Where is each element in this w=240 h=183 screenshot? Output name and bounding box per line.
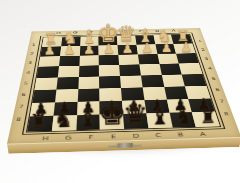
coordinate-label: 8: [12, 113, 24, 127]
square-d2[interactable]: ♟: [118, 45, 138, 55]
square-e8[interactable]: ♚: [100, 114, 124, 129]
piece-black-rook[interactable]: ♜: [31, 112, 48, 131]
square-b8[interactable]: ♞: [169, 112, 196, 127]
square-f8[interactable]: ♝: [76, 115, 100, 130]
coordinate-label: C: [147, 133, 170, 139]
piece-white-pawn[interactable]: ♟: [160, 40, 172, 53]
coordinate-label: 1: [29, 41, 38, 50]
piece-black-bishop[interactable]: ♝: [77, 106, 98, 130]
square-e4[interactable]: [99, 65, 120, 77]
square-e2[interactable]: ♟: [99, 45, 119, 55]
piece-white-pawn[interactable]: ♟: [44, 43, 56, 56]
square-d8[interactable]: ♛: [123, 114, 148, 129]
square-g4[interactable]: [58, 66, 79, 78]
piece-black-queen[interactable]: ♛: [123, 100, 149, 129]
board-frame: HGFEDCBA HGFEDCBA 12345678 12345678 ♜♞♝♚…: [7, 28, 240, 144]
square-f4[interactable]: [78, 65, 99, 77]
piece-white-pawn[interactable]: ♟: [122, 41, 134, 54]
piece-black-knight[interactable]: ♞: [54, 109, 73, 131]
coordinate-label: G: [57, 135, 80, 141]
square-f2[interactable]: ♟: [79, 45, 98, 55]
square-d3[interactable]: [118, 54, 139, 65]
square-g2[interactable]: ♟: [60, 46, 80, 56]
inner-border: ♜♞♝♚♛♝♞♜♟♟♟♟♟♟♟♟♟♟♟♟♟♟♟♟♜♞♝♚♛♝♞♜: [22, 33, 225, 135]
square-a2[interactable]: ♟: [174, 43, 196, 53]
piece-white-pawn[interactable]: ♟: [63, 43, 75, 56]
piece-white-pawn[interactable]: ♟: [102, 42, 114, 55]
square-c4[interactable]: [139, 64, 161, 75]
square-b5[interactable]: [161, 75, 185, 87]
square-c8[interactable]: ♝: [146, 113, 172, 128]
square-g3[interactable]: [59, 56, 80, 67]
coordinate-label: 2: [198, 46, 209, 55]
square-c3[interactable]: [138, 54, 159, 65]
square-f3[interactable]: [79, 55, 99, 66]
piece-white-pawn[interactable]: ♟: [180, 40, 192, 53]
square-c2[interactable]: ♟: [136, 44, 157, 54]
square-d4[interactable]: [119, 65, 141, 76]
square-h8[interactable]: ♜: [27, 116, 53, 132]
square-h4[interactable]: [37, 66, 59, 78]
square-c5[interactable]: [141, 75, 164, 87]
coordinate-label: H: [34, 136, 57, 142]
square-a4[interactable]: [179, 63, 202, 74]
square-d5[interactable]: [120, 76, 142, 88]
coordinate-label: F: [80, 134, 103, 140]
square-f5[interactable]: [78, 76, 100, 88]
piece-black-rook[interactable]: ♜: [199, 108, 216, 127]
coordinate-label: 5: [21, 78, 31, 89]
coordinate-label: 2: [27, 49, 36, 58]
clasp-latch-icon: [117, 143, 132, 148]
coordinate-label: 1: [195, 37, 205, 45]
chess-board: HGFEDCBA HGFEDCBA 12345678 12345678 ♜♞♝♚…: [7, 28, 240, 144]
square-e5[interactable]: [99, 76, 121, 88]
square-e3[interactable]: [99, 55, 119, 66]
coordinate-label: B: [169, 132, 192, 138]
coordinate-label: E: [102, 134, 125, 140]
piece-black-bishop[interactable]: ♝: [149, 104, 170, 128]
square-a5[interactable]: [182, 74, 206, 86]
square-a3[interactable]: [176, 53, 199, 64]
coordinate-label: 3: [25, 58, 35, 68]
square-b2[interactable]: ♟: [155, 44, 176, 54]
square-h2[interactable]: ♟: [40, 46, 61, 56]
piece-white-pawn[interactable]: ♟: [141, 41, 153, 54]
square-h3[interactable]: [39, 56, 60, 67]
coordinate-label: 7: [15, 101, 26, 114]
coordinate-label: 4: [23, 68, 33, 78]
board-grid: ♜♞♝♚♛♝♞♜♟♟♟♟♟♟♟♟♟♟♟♟♟♟♟♟♜♞♝♚♛♝♞♜: [26, 34, 221, 132]
coordinate-label: 6: [18, 89, 29, 101]
coordinate-label: D: [125, 133, 148, 139]
piece-black-knight[interactable]: ♞: [174, 106, 193, 127]
piece-white-pawn[interactable]: ♟: [83, 42, 95, 55]
square-h5[interactable]: [34, 77, 57, 89]
scene: HGFEDCBA HGFEDCBA 12345678 12345678 ♜♞♝♚…: [0, 0, 240, 183]
square-a8[interactable]: ♜: [192, 112, 220, 127]
square-g8[interactable]: ♞: [52, 115, 77, 131]
square-g5[interactable]: [56, 77, 78, 89]
photo-background: HGFEDCBA HGFEDCBA 12345678 12345678 ♜♞♝♚…: [0, 0, 240, 183]
coordinate-label: A: [191, 131, 215, 137]
